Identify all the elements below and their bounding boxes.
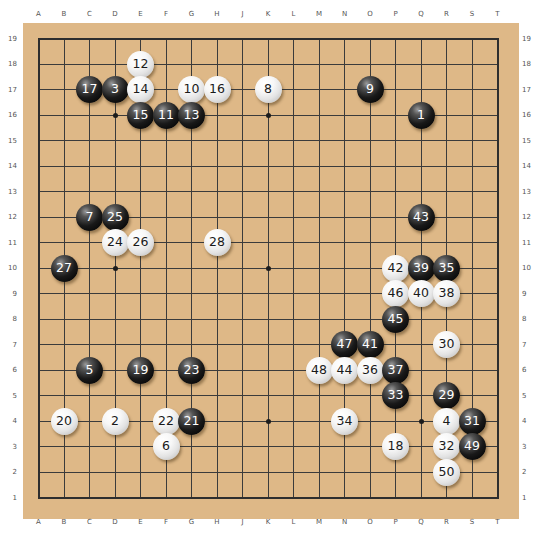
board-cell-B19[interactable] (51, 26, 77, 52)
stone-white-30[interactable]: 30 (433, 331, 460, 358)
board-cell-O3[interactable] (357, 434, 383, 460)
board-cell-F4[interactable]: 22 (153, 408, 179, 434)
board-cell-F13[interactable] (153, 179, 179, 205)
board-cell-M11[interactable] (306, 230, 332, 256)
board-cell-C15[interactable] (77, 128, 103, 154)
board-cell-L9[interactable] (281, 281, 307, 307)
board-cell-N17[interactable] (332, 77, 358, 103)
stone-white-28[interactable]: 28 (204, 229, 231, 256)
board-cell-J18[interactable] (230, 51, 256, 77)
board-cell-B6[interactable] (51, 357, 77, 383)
board-cell-B13[interactable] (51, 179, 77, 205)
board-cell-D11[interactable]: 24 (102, 230, 128, 256)
stone-black-43[interactable]: 43 (408, 204, 435, 231)
board-cell-C6[interactable]: 5 (77, 357, 103, 383)
board-cell-H17[interactable]: 16 (204, 77, 230, 103)
stone-black-17[interactable]: 17 (76, 76, 103, 103)
board-cell-A16[interactable] (26, 102, 52, 128)
board-cell-C10[interactable] (77, 255, 103, 281)
board-cell-D6[interactable] (102, 357, 128, 383)
board-cell-T18[interactable] (485, 51, 511, 77)
stone-black-15[interactable]: 15 (127, 102, 154, 129)
board-cell-S11[interactable] (459, 230, 485, 256)
stone-white-42[interactable]: 42 (382, 255, 409, 282)
board-cell-E10[interactable] (128, 255, 154, 281)
board-cell-E17[interactable]: 14 (128, 77, 154, 103)
board-cell-J16[interactable] (230, 102, 256, 128)
board-cell-H1[interactable] (204, 485, 230, 511)
board-cell-O16[interactable] (357, 102, 383, 128)
board-cell-Q14[interactable] (408, 153, 434, 179)
board-cell-P1[interactable] (383, 485, 409, 511)
board-cell-M8[interactable] (306, 306, 332, 332)
board-cell-Q18[interactable] (408, 51, 434, 77)
board-cell-K14[interactable] (255, 153, 281, 179)
stone-black-1[interactable]: 1 (408, 102, 435, 129)
board-cell-D1[interactable] (102, 485, 128, 511)
board-cell-B7[interactable] (51, 332, 77, 358)
board-cell-M14[interactable] (306, 153, 332, 179)
board-cell-F1[interactable] (153, 485, 179, 511)
board-cell-J19[interactable] (230, 26, 256, 52)
board-cell-P19[interactable] (383, 26, 409, 52)
board-cell-P15[interactable] (383, 128, 409, 154)
board-cell-T6[interactable] (485, 357, 511, 383)
board-cell-A8[interactable] (26, 306, 52, 332)
board-cell-F15[interactable] (153, 128, 179, 154)
stone-white-20[interactable]: 20 (51, 408, 78, 435)
board-cell-P17[interactable] (383, 77, 409, 103)
board-cell-O13[interactable] (357, 179, 383, 205)
board-cell-N16[interactable] (332, 102, 358, 128)
stone-white-46[interactable]: 46 (382, 280, 409, 307)
board-cell-J9[interactable] (230, 281, 256, 307)
board-cell-S18[interactable] (459, 51, 485, 77)
stone-white-38[interactable]: 38 (433, 280, 460, 307)
board-cell-E3[interactable] (128, 434, 154, 460)
board-cell-K16[interactable] (255, 102, 281, 128)
board-cell-T13[interactable] (485, 179, 511, 205)
stone-black-3[interactable]: 3 (102, 76, 129, 103)
board-cell-O12[interactable] (357, 204, 383, 230)
board-cell-H10[interactable] (204, 255, 230, 281)
board-cell-H18[interactable] (204, 51, 230, 77)
board-cell-M12[interactable] (306, 204, 332, 230)
board-cell-N2[interactable] (332, 459, 358, 485)
board-cell-M13[interactable] (306, 179, 332, 205)
board-cell-S7[interactable] (459, 332, 485, 358)
board-cell-F12[interactable] (153, 204, 179, 230)
board-cell-T16[interactable] (485, 102, 511, 128)
board-cell-C13[interactable] (77, 179, 103, 205)
board-cell-H6[interactable] (204, 357, 230, 383)
board-cell-L12[interactable] (281, 204, 307, 230)
board-cell-J14[interactable] (230, 153, 256, 179)
board-cell-G1[interactable] (179, 485, 205, 511)
board-cell-C19[interactable] (77, 26, 103, 52)
board-cell-Q19[interactable] (408, 26, 434, 52)
board-cell-N9[interactable] (332, 281, 358, 307)
board-cell-S1[interactable] (459, 485, 485, 511)
board-cell-K11[interactable] (255, 230, 281, 256)
board-cell-C18[interactable] (77, 51, 103, 77)
board-cell-J13[interactable] (230, 179, 256, 205)
stone-black-21[interactable]: 21 (178, 408, 205, 435)
board-cell-G10[interactable] (179, 255, 205, 281)
board-cell-L5[interactable] (281, 383, 307, 409)
board-cell-S5[interactable] (459, 383, 485, 409)
board-cell-F14[interactable] (153, 153, 179, 179)
stone-black-19[interactable]: 19 (127, 357, 154, 384)
board-cell-P13[interactable] (383, 179, 409, 205)
board-cell-P18[interactable] (383, 51, 409, 77)
board-cell-B11[interactable] (51, 230, 77, 256)
board-cell-N8[interactable] (332, 306, 358, 332)
board-cell-B12[interactable] (51, 204, 77, 230)
stone-black-47[interactable]: 47 (331, 331, 358, 358)
board-cell-C14[interactable] (77, 153, 103, 179)
board-cell-L1[interactable] (281, 485, 307, 511)
stone-white-50[interactable]: 50 (433, 459, 460, 486)
board-cell-K3[interactable] (255, 434, 281, 460)
board-cell-K12[interactable] (255, 204, 281, 230)
board-cell-E16[interactable]: 15 (128, 102, 154, 128)
board-cell-M17[interactable] (306, 77, 332, 103)
board-cell-D12[interactable]: 25 (102, 204, 128, 230)
board-cell-H14[interactable] (204, 153, 230, 179)
board-cell-E5[interactable] (128, 383, 154, 409)
board-cell-R16[interactable] (434, 102, 460, 128)
board-cell-O8[interactable] (357, 306, 383, 332)
board-cell-O10[interactable] (357, 255, 383, 281)
board-cell-A10[interactable] (26, 255, 52, 281)
board-cell-B18[interactable] (51, 51, 77, 77)
board-cell-E12[interactable] (128, 204, 154, 230)
board-cell-C4[interactable] (77, 408, 103, 434)
board-cell-P12[interactable] (383, 204, 409, 230)
board-cell-J5[interactable] (230, 383, 256, 409)
board-cell-O2[interactable] (357, 459, 383, 485)
board-cell-D13[interactable] (102, 179, 128, 205)
board-cell-H2[interactable] (204, 459, 230, 485)
board-cell-F10[interactable] (153, 255, 179, 281)
board-cell-R6[interactable] (434, 357, 460, 383)
board-cell-D3[interactable] (102, 434, 128, 460)
board-cell-L8[interactable] (281, 306, 307, 332)
board-cell-R12[interactable] (434, 204, 460, 230)
board-cell-F11[interactable] (153, 230, 179, 256)
board-cell-M19[interactable] (306, 26, 332, 52)
board-cell-J6[interactable] (230, 357, 256, 383)
board-cell-K19[interactable] (255, 26, 281, 52)
board-cell-R3[interactable]: 32 (434, 434, 460, 460)
board-cell-P11[interactable] (383, 230, 409, 256)
board-cell-L14[interactable] (281, 153, 307, 179)
board-cell-R17[interactable] (434, 77, 460, 103)
board-cell-J10[interactable] (230, 255, 256, 281)
board-cell-K9[interactable] (255, 281, 281, 307)
board-cell-P4[interactable] (383, 408, 409, 434)
board-cell-H8[interactable] (204, 306, 230, 332)
board-cell-D2[interactable] (102, 459, 128, 485)
board-cell-L2[interactable] (281, 459, 307, 485)
board-cell-C3[interactable] (77, 434, 103, 460)
board-cell-G13[interactable] (179, 179, 205, 205)
board-cell-E11[interactable]: 26 (128, 230, 154, 256)
board-cell-R7[interactable]: 30 (434, 332, 460, 358)
board-cell-T4[interactable] (485, 408, 511, 434)
board-cell-E9[interactable] (128, 281, 154, 307)
board-cell-P14[interactable] (383, 153, 409, 179)
board-cell-H9[interactable] (204, 281, 230, 307)
board-cell-G6[interactable]: 23 (179, 357, 205, 383)
board-cell-L17[interactable] (281, 77, 307, 103)
board-cell-R4[interactable]: 4 (434, 408, 460, 434)
board-cell-H13[interactable] (204, 179, 230, 205)
board-cell-M16[interactable] (306, 102, 332, 128)
board-cell-B5[interactable] (51, 383, 77, 409)
board-cell-N19[interactable] (332, 26, 358, 52)
board-cell-B3[interactable] (51, 434, 77, 460)
board-cell-K10[interactable] (255, 255, 281, 281)
board-cell-E7[interactable] (128, 332, 154, 358)
stone-white-8[interactable]: 8 (255, 76, 282, 103)
board-cell-F8[interactable] (153, 306, 179, 332)
board-cell-J12[interactable] (230, 204, 256, 230)
stone-black-25[interactable]: 25 (102, 204, 129, 231)
board-cell-R8[interactable] (434, 306, 460, 332)
board-cell-P8[interactable]: 45 (383, 306, 409, 332)
stone-black-5[interactable]: 5 (76, 357, 103, 384)
board-cell-J17[interactable] (230, 77, 256, 103)
board-cell-F3[interactable]: 6 (153, 434, 179, 460)
board-cell-R14[interactable] (434, 153, 460, 179)
stone-white-24[interactable]: 24 (102, 229, 129, 256)
board-cell-M10[interactable] (306, 255, 332, 281)
board-cell-O6[interactable]: 36 (357, 357, 383, 383)
board-cell-Q12[interactable]: 43 (408, 204, 434, 230)
board-cell-S3[interactable]: 49 (459, 434, 485, 460)
board-cell-J3[interactable] (230, 434, 256, 460)
board-cell-C17[interactable]: 17 (77, 77, 103, 103)
board-cell-Q16[interactable]: 1 (408, 102, 434, 128)
board-cell-E2[interactable] (128, 459, 154, 485)
board-cell-E14[interactable] (128, 153, 154, 179)
board-cell-J7[interactable] (230, 332, 256, 358)
board-cell-H7[interactable] (204, 332, 230, 358)
board-cell-M15[interactable] (306, 128, 332, 154)
stone-black-7[interactable]: 7 (76, 204, 103, 231)
stone-black-41[interactable]: 41 (357, 331, 384, 358)
stone-black-37[interactable]: 37 (382, 357, 409, 384)
stone-white-16[interactable]: 16 (204, 76, 231, 103)
board-cell-K17[interactable]: 8 (255, 77, 281, 103)
board-cell-K13[interactable] (255, 179, 281, 205)
board-cell-T12[interactable] (485, 204, 511, 230)
board-cell-N14[interactable] (332, 153, 358, 179)
board-cell-M2[interactable] (306, 459, 332, 485)
board-cell-T10[interactable] (485, 255, 511, 281)
board-cell-M3[interactable] (306, 434, 332, 460)
board-cell-M1[interactable] (306, 485, 332, 511)
board-cell-S10[interactable] (459, 255, 485, 281)
board-cell-Q1[interactable] (408, 485, 434, 511)
board-cell-D14[interactable] (102, 153, 128, 179)
board-cell-H15[interactable] (204, 128, 230, 154)
stone-black-23[interactable]: 23 (178, 357, 205, 384)
board-cell-G19[interactable] (179, 26, 205, 52)
board-cell-G12[interactable] (179, 204, 205, 230)
board-cell-D4[interactable]: 2 (102, 408, 128, 434)
board-cell-R9[interactable]: 38 (434, 281, 460, 307)
board-cell-E19[interactable] (128, 26, 154, 52)
board-cell-K8[interactable] (255, 306, 281, 332)
board-cell-S16[interactable] (459, 102, 485, 128)
board-cell-T9[interactable] (485, 281, 511, 307)
stone-white-22[interactable]: 22 (153, 408, 180, 435)
board-cell-J1[interactable] (230, 485, 256, 511)
board-cell-K4[interactable] (255, 408, 281, 434)
board-cell-J11[interactable] (230, 230, 256, 256)
board-cell-R19[interactable] (434, 26, 460, 52)
board-cell-F2[interactable] (153, 459, 179, 485)
board-cell-N5[interactable] (332, 383, 358, 409)
board-cell-N11[interactable] (332, 230, 358, 256)
board-cell-P9[interactable]: 46 (383, 281, 409, 307)
board-cell-M4[interactable] (306, 408, 332, 434)
board-cell-D15[interactable] (102, 128, 128, 154)
board-cell-K7[interactable] (255, 332, 281, 358)
board-cell-F5[interactable] (153, 383, 179, 409)
stone-black-31[interactable]: 31 (459, 408, 486, 435)
board-cell-P10[interactable]: 42 (383, 255, 409, 281)
board-cell-B9[interactable] (51, 281, 77, 307)
board-cell-G4[interactable]: 21 (179, 408, 205, 434)
board-cell-E6[interactable]: 19 (128, 357, 154, 383)
board-cell-Q5[interactable] (408, 383, 434, 409)
board-cell-F9[interactable] (153, 281, 179, 307)
stone-white-48[interactable]: 48 (306, 357, 333, 384)
board-cell-G7[interactable] (179, 332, 205, 358)
board-cell-G18[interactable] (179, 51, 205, 77)
board-cell-T15[interactable] (485, 128, 511, 154)
board-cell-L18[interactable] (281, 51, 307, 77)
board-cell-A2[interactable] (26, 459, 52, 485)
board-cell-H4[interactable] (204, 408, 230, 434)
board-cell-K1[interactable] (255, 485, 281, 511)
stone-white-2[interactable]: 2 (102, 408, 129, 435)
board-cell-R13[interactable] (434, 179, 460, 205)
board-cell-G16[interactable]: 13 (179, 102, 205, 128)
board-cell-M6[interactable]: 48 (306, 357, 332, 383)
board-cell-J4[interactable] (230, 408, 256, 434)
board-cell-D9[interactable] (102, 281, 128, 307)
stone-black-33[interactable]: 33 (382, 382, 409, 409)
board-cell-T11[interactable] (485, 230, 511, 256)
board-cell-N4[interactable]: 34 (332, 408, 358, 434)
board-cell-P3[interactable]: 18 (383, 434, 409, 460)
board-cell-E13[interactable] (128, 179, 154, 205)
board-cell-R15[interactable] (434, 128, 460, 154)
stone-white-14[interactable]: 14 (127, 76, 154, 103)
board-cell-D16[interactable] (102, 102, 128, 128)
board-cell-A15[interactable] (26, 128, 52, 154)
stone-black-27[interactable]: 27 (51, 255, 78, 282)
board-cell-G8[interactable] (179, 306, 205, 332)
board-cell-E4[interactable] (128, 408, 154, 434)
board-cell-Q7[interactable] (408, 332, 434, 358)
board-cell-N1[interactable] (332, 485, 358, 511)
board-cell-G5[interactable] (179, 383, 205, 409)
board-cell-E15[interactable] (128, 128, 154, 154)
board-cell-N13[interactable] (332, 179, 358, 205)
board-cell-J2[interactable] (230, 459, 256, 485)
board-cell-O19[interactable] (357, 26, 383, 52)
board-cell-A12[interactable] (26, 204, 52, 230)
stone-white-26[interactable]: 26 (127, 229, 154, 256)
board-cell-G9[interactable] (179, 281, 205, 307)
board-cell-L15[interactable] (281, 128, 307, 154)
stone-white-4[interactable]: 4 (433, 408, 460, 435)
stone-white-36[interactable]: 36 (357, 357, 384, 384)
board-cell-Q3[interactable] (408, 434, 434, 460)
board-cell-C7[interactable] (77, 332, 103, 358)
board-cell-L10[interactable] (281, 255, 307, 281)
board-cell-C5[interactable] (77, 383, 103, 409)
stone-black-11[interactable]: 11 (153, 102, 180, 129)
board-cell-R5[interactable]: 29 (434, 383, 460, 409)
board-cell-C2[interactable] (77, 459, 103, 485)
board-cell-B10[interactable]: 27 (51, 255, 77, 281)
board-cell-D19[interactable] (102, 26, 128, 52)
board-cell-R11[interactable] (434, 230, 460, 256)
stone-black-35[interactable]: 35 (433, 255, 460, 282)
stone-white-34[interactable]: 34 (331, 408, 358, 435)
board-cell-G11[interactable] (179, 230, 205, 256)
board-cell-L11[interactable] (281, 230, 307, 256)
board-cell-O7[interactable]: 41 (357, 332, 383, 358)
board-cell-T3[interactable] (485, 434, 511, 460)
board-cell-R18[interactable] (434, 51, 460, 77)
board-cell-T17[interactable] (485, 77, 511, 103)
board-cell-B15[interactable] (51, 128, 77, 154)
board-cell-P6[interactable]: 37 (383, 357, 409, 383)
board-cell-S8[interactable] (459, 306, 485, 332)
board-cell-G17[interactable]: 10 (179, 77, 205, 103)
stone-black-39[interactable]: 39 (408, 255, 435, 282)
board-cell-S12[interactable] (459, 204, 485, 230)
board-cell-C12[interactable]: 7 (77, 204, 103, 230)
board-cell-T5[interactable] (485, 383, 511, 409)
board-cell-D7[interactable] (102, 332, 128, 358)
board-cell-N3[interactable] (332, 434, 358, 460)
board-cell-Q6[interactable] (408, 357, 434, 383)
board-cell-Q4[interactable] (408, 408, 434, 434)
board-cell-Q11[interactable] (408, 230, 434, 256)
stone-white-18[interactable]: 18 (382, 433, 409, 460)
board-cell-J8[interactable] (230, 306, 256, 332)
stone-white-6[interactable]: 6 (153, 433, 180, 460)
board-cell-O5[interactable] (357, 383, 383, 409)
board-cell-S15[interactable] (459, 128, 485, 154)
board-cell-A18[interactable] (26, 51, 52, 77)
board-cell-P5[interactable]: 33 (383, 383, 409, 409)
board-cell-S9[interactable] (459, 281, 485, 307)
board-cell-O1[interactable] (357, 485, 383, 511)
board-cell-A17[interactable] (26, 77, 52, 103)
board-cell-F18[interactable] (153, 51, 179, 77)
board-cell-A13[interactable] (26, 179, 52, 205)
